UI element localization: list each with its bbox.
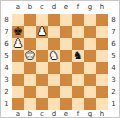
file-label-bottom-d: d <box>48 110 60 118</box>
square-e5[interactable] <box>60 50 72 62</box>
square-h6[interactable] <box>96 38 108 50</box>
square-c6[interactable] <box>36 38 48 50</box>
file-label-top-c: c <box>36 2 48 13</box>
square-c5[interactable] <box>36 50 48 62</box>
square-f4[interactable] <box>72 62 84 74</box>
square-a1[interactable] <box>12 98 24 110</box>
square-d6[interactable] <box>48 38 60 50</box>
rank-label-right-6: 6 <box>108 38 119 50</box>
file-label-bottom-h: h <box>96 110 108 118</box>
square-a2[interactable] <box>12 86 24 98</box>
square-c1[interactable] <box>36 98 48 110</box>
square-g2[interactable] <box>84 86 96 98</box>
square-e1[interactable] <box>60 98 72 110</box>
square-f3[interactable] <box>72 74 84 86</box>
square-h1[interactable] <box>96 98 108 110</box>
square-d5[interactable]: ♞ <box>48 50 60 62</box>
square-d8[interactable] <box>48 14 60 26</box>
white-pawn: ♟ <box>12 38 24 50</box>
square-c8[interactable] <box>36 14 48 26</box>
square-h8[interactable] <box>96 14 108 26</box>
rank-label-right-5: 5 <box>108 50 119 62</box>
square-c2[interactable] <box>36 86 48 98</box>
file-label-bottom-c: c <box>36 110 48 118</box>
square-d4[interactable] <box>48 62 60 74</box>
square-b8[interactable] <box>24 14 36 26</box>
square-g3[interactable] <box>84 74 96 86</box>
file-label-bottom-g: g <box>84 110 96 118</box>
white-knight: ♞ <box>48 50 60 62</box>
square-b7[interactable] <box>24 26 36 38</box>
square-g8[interactable] <box>84 14 96 26</box>
square-e8[interactable] <box>60 14 72 26</box>
file-label-bottom-f: f <box>72 110 84 118</box>
rank-label-right-8: 8 <box>108 14 119 26</box>
square-g5[interactable] <box>84 50 96 62</box>
rank-label-right-2: 2 <box>108 86 119 98</box>
black-knight: ♞ <box>72 50 84 62</box>
rank-label-left-8: 8 <box>1 14 12 26</box>
file-label-bottom-e: e <box>60 110 72 118</box>
square-d7[interactable] <box>48 26 60 38</box>
square-d1[interactable] <box>48 98 60 110</box>
square-h3[interactable] <box>96 74 108 86</box>
square-f8[interactable] <box>72 14 84 26</box>
black-king: ♚ <box>12 26 24 38</box>
square-b5[interactable]: ♚ <box>24 50 36 62</box>
rank-label-right-7: 7 <box>108 26 119 38</box>
square-f6[interactable] <box>72 38 84 50</box>
square-h2[interactable] <box>96 86 108 98</box>
file-label-top-g: g <box>84 2 96 13</box>
white-pawn: ♟ <box>36 26 48 38</box>
square-e3[interactable] <box>60 74 72 86</box>
square-f7[interactable] <box>72 26 84 38</box>
square-f2[interactable] <box>72 86 84 98</box>
rank-label-left-1: 1 <box>1 98 12 110</box>
square-h7[interactable] <box>96 26 108 38</box>
square-b4[interactable] <box>24 62 36 74</box>
square-a5[interactable] <box>12 50 24 62</box>
square-f1[interactable] <box>72 98 84 110</box>
square-h4[interactable] <box>96 62 108 74</box>
file-label-top-h: h <box>96 2 108 13</box>
rank-label-right-3: 3 <box>108 74 119 86</box>
square-c7[interactable]: ♟ <box>36 26 48 38</box>
file-label-top-e: e <box>60 2 72 13</box>
rank-label-left-3: 3 <box>1 74 12 86</box>
square-a3[interactable] <box>12 74 24 86</box>
square-a4[interactable] <box>12 62 24 74</box>
square-g4[interactable] <box>84 62 96 74</box>
square-a6[interactable]: ♟ <box>12 38 24 50</box>
square-d2[interactable] <box>48 86 60 98</box>
square-e4[interactable] <box>60 62 72 74</box>
square-a7[interactable]: ♚ <box>12 26 24 38</box>
square-e7[interactable] <box>60 26 72 38</box>
file-label-top-f: f <box>72 2 84 13</box>
rank-label-right-1: 1 <box>108 98 119 110</box>
square-f5[interactable]: ♞ <box>72 50 84 62</box>
square-c3[interactable] <box>36 74 48 86</box>
square-b3[interactable] <box>24 74 36 86</box>
rank-label-left-6: 6 <box>1 38 12 50</box>
square-b6[interactable] <box>24 38 36 50</box>
square-g6[interactable] <box>84 38 96 50</box>
square-g7[interactable] <box>84 26 96 38</box>
square-b1[interactable] <box>24 98 36 110</box>
square-e6[interactable] <box>60 38 72 50</box>
square-g1[interactable] <box>84 98 96 110</box>
square-d3[interactable] <box>48 74 60 86</box>
square-h5[interactable] <box>96 50 108 62</box>
rank-label-left-2: 2 <box>1 86 12 98</box>
square-c4[interactable] <box>36 62 48 74</box>
square-e2[interactable] <box>60 86 72 98</box>
file-label-top-d: d <box>48 2 60 13</box>
file-label-top-a: a <box>12 2 24 13</box>
rank-label-left-5: 5 <box>1 50 12 62</box>
file-label-top-b: b <box>24 2 36 13</box>
file-label-bottom-b: b <box>24 110 36 118</box>
square-b2[interactable] <box>24 86 36 98</box>
rank-label-left-7: 7 <box>1 26 12 38</box>
chess-board-diagram: abcdefgh abcdefgh 87654321 87654321 ♚♟♟♚… <box>0 0 120 118</box>
rank-label-left-4: 4 <box>1 62 12 74</box>
chess-board: ♚♟♟♚♞♞ <box>12 14 108 110</box>
rank-label-right-4: 4 <box>108 62 119 74</box>
white-king: ♚ <box>24 50 36 62</box>
file-label-bottom-a: a <box>12 110 24 118</box>
square-a8[interactable] <box>12 14 24 26</box>
